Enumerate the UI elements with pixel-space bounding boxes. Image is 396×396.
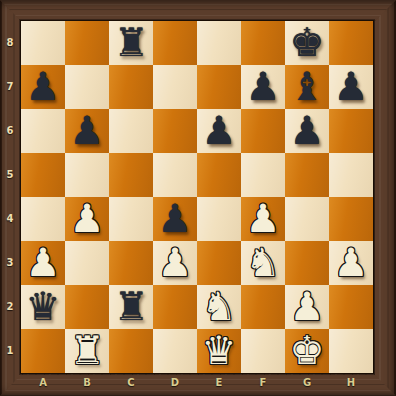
file-label-h: H [329, 374, 373, 396]
square-d5[interactable] [153, 153, 197, 197]
file-label-a: A [21, 374, 65, 396]
square-c6[interactable] [109, 109, 153, 153]
white-king-g1[interactable]: ♚ [290, 329, 325, 373]
white-knight-f3[interactable]: ♞ [246, 241, 281, 285]
square-g5[interactable] [285, 153, 329, 197]
file-label-c: C [109, 374, 153, 396]
square-h5[interactable] [329, 153, 373, 197]
white-pawn-f4[interactable]: ♟ [246, 197, 281, 241]
black-queen-a2[interactable]: ♛ [26, 285, 61, 329]
white-pawn-h3[interactable]: ♟ [334, 241, 369, 285]
square-d1[interactable] [153, 329, 197, 373]
square-c3[interactable] [109, 241, 153, 285]
black-rook-c8[interactable]: ♜ [114, 21, 149, 65]
file-label-b: B [65, 374, 109, 396]
file-labels: ABCDEFGH [21, 374, 373, 396]
black-pawn-b6[interactable]: ♟ [70, 109, 105, 153]
square-c1[interactable] [109, 329, 153, 373]
black-rook-c2[interactable]: ♜ [114, 285, 149, 329]
square-b6[interactable]: ♟ [65, 109, 109, 153]
chess-board: ♜♚♟♟♝♟♟♟♟♟♟♟♟♟♞♟♛♜♞♟♜♛♚ [20, 20, 374, 374]
file-label-g: G [285, 374, 329, 396]
square-b3[interactable] [65, 241, 109, 285]
square-e2[interactable]: ♞ [197, 285, 241, 329]
square-b5[interactable] [65, 153, 109, 197]
square-b8[interactable] [65, 21, 109, 65]
file-label-e: E [197, 374, 241, 396]
square-a3[interactable]: ♟ [21, 241, 65, 285]
square-e8[interactable] [197, 21, 241, 65]
black-king-g8[interactable]: ♚ [290, 21, 325, 65]
square-e3[interactable] [197, 241, 241, 285]
square-e4[interactable] [197, 197, 241, 241]
square-b1[interactable]: ♜ [65, 329, 109, 373]
chess-app-window: ♜♚♟♟♝♟♟♟♟♟♟♟♟♟♞♟♛♜♞♟♜♛♚ 87654321 ABCDEFG… [0, 0, 396, 396]
square-d7[interactable] [153, 65, 197, 109]
black-pawn-g6[interactable]: ♟ [290, 109, 325, 153]
white-queen-e1[interactable]: ♛ [202, 329, 237, 373]
square-f4[interactable]: ♟ [241, 197, 285, 241]
file-label-d: D [153, 374, 197, 396]
white-rook-b1[interactable]: ♜ [70, 329, 105, 373]
frame-top-rail [0, 0, 396, 21]
square-a4[interactable] [21, 197, 65, 241]
square-c4[interactable] [109, 197, 153, 241]
white-pawn-d3[interactable]: ♟ [158, 241, 193, 285]
rank-label-2: 2 [0, 285, 20, 329]
square-a7[interactable]: ♟ [21, 65, 65, 109]
white-pawn-g2[interactable]: ♟ [290, 285, 325, 329]
square-b7[interactable] [65, 65, 109, 109]
rank-label-5: 5 [0, 153, 20, 197]
square-f7[interactable]: ♟ [241, 65, 285, 109]
square-c2[interactable]: ♜ [109, 285, 153, 329]
square-c5[interactable] [109, 153, 153, 197]
square-f8[interactable] [241, 21, 285, 65]
square-d3[interactable]: ♟ [153, 241, 197, 285]
square-e7[interactable] [197, 65, 241, 109]
rank-label-1: 1 [0, 329, 20, 373]
square-f2[interactable] [241, 285, 285, 329]
black-pawn-a7[interactable]: ♟ [26, 65, 61, 109]
square-g4[interactable] [285, 197, 329, 241]
square-h7[interactable]: ♟ [329, 65, 373, 109]
square-d8[interactable] [153, 21, 197, 65]
square-d6[interactable] [153, 109, 197, 153]
white-knight-e2[interactable]: ♞ [202, 285, 237, 329]
square-g2[interactable]: ♟ [285, 285, 329, 329]
rank-label-3: 3 [0, 241, 20, 285]
black-pawn-e6[interactable]: ♟ [202, 109, 237, 153]
rank-labels: 87654321 [0, 21, 20, 373]
square-a1[interactable] [21, 329, 65, 373]
square-a8[interactable] [21, 21, 65, 65]
square-f1[interactable] [241, 329, 285, 373]
rank-label-6: 6 [0, 109, 20, 153]
file-label-f: F [241, 374, 285, 396]
square-g1[interactable]: ♚ [285, 329, 329, 373]
black-pawn-f7[interactable]: ♟ [246, 65, 281, 109]
square-f3[interactable]: ♞ [241, 241, 285, 285]
square-a6[interactable] [21, 109, 65, 153]
square-b2[interactable] [65, 285, 109, 329]
square-g6[interactable]: ♟ [285, 109, 329, 153]
square-h8[interactable] [329, 21, 373, 65]
square-a2[interactable]: ♛ [21, 285, 65, 329]
square-c8[interactable]: ♜ [109, 21, 153, 65]
square-d4[interactable]: ♟ [153, 197, 197, 241]
square-h6[interactable] [329, 109, 373, 153]
square-e6[interactable]: ♟ [197, 109, 241, 153]
square-b4[interactable]: ♟ [65, 197, 109, 241]
white-pawn-b4[interactable]: ♟ [70, 197, 105, 241]
rank-label-4: 4 [0, 197, 20, 241]
square-g8[interactable]: ♚ [285, 21, 329, 65]
rank-label-7: 7 [0, 65, 20, 109]
square-g3[interactable] [285, 241, 329, 285]
square-f6[interactable] [241, 109, 285, 153]
square-g7[interactable]: ♝ [285, 65, 329, 109]
black-pawn-d4[interactable]: ♟ [158, 197, 193, 241]
black-bishop-g7[interactable]: ♝ [290, 65, 325, 109]
square-e5[interactable] [197, 153, 241, 197]
square-f5[interactable] [241, 153, 285, 197]
white-pawn-a3[interactable]: ♟ [26, 241, 61, 285]
square-h3[interactable]: ♟ [329, 241, 373, 285]
square-h1[interactable] [329, 329, 373, 373]
rank-label-8: 8 [0, 21, 20, 65]
square-e1[interactable]: ♛ [197, 329, 241, 373]
square-h4[interactable] [329, 197, 373, 241]
black-pawn-h7[interactable]: ♟ [334, 65, 369, 109]
square-h2[interactable] [329, 285, 373, 329]
square-d2[interactable] [153, 285, 197, 329]
square-a5[interactable] [21, 153, 65, 197]
square-c7[interactable] [109, 65, 153, 109]
